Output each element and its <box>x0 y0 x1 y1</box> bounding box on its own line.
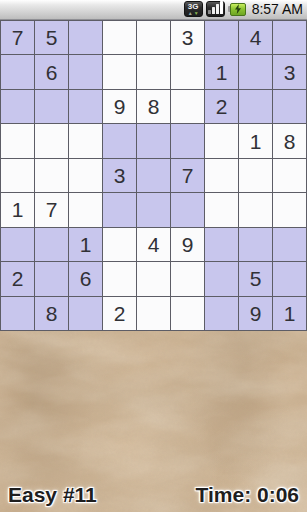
cell-r4c6[interactable] <box>171 124 204 157</box>
cell-r4c2[interactable] <box>35 124 68 157</box>
cell-r9c5[interactable] <box>137 297 170 330</box>
given-digit: 1 <box>284 303 296 324</box>
given-digit: 5 <box>250 268 262 289</box>
cell-r2c2[interactable]: 6 <box>35 55 68 88</box>
cell-r6c1[interactable]: 1 <box>1 193 34 226</box>
cell-r8c8[interactable]: 5 <box>239 262 272 295</box>
sudoku-grid: 75346139821837171492658291 <box>0 20 307 331</box>
cell-r6c3[interactable] <box>69 193 102 226</box>
cell-r2c5[interactable] <box>137 55 170 88</box>
timer-label: Time: 0:06 <box>196 483 300 507</box>
cell-r1c5[interactable] <box>137 21 170 54</box>
cell-r7c4[interactable] <box>103 228 136 261</box>
given-digit: 2 <box>216 96 228 117</box>
cell-r2c9[interactable]: 3 <box>273 55 306 88</box>
cell-r6c7[interactable] <box>205 193 238 226</box>
cell-r8c2[interactable] <box>35 262 68 295</box>
cell-r5c9[interactable] <box>273 159 306 192</box>
cell-r5c2[interactable] <box>35 159 68 192</box>
cell-r6c8[interactable] <box>239 193 272 226</box>
cell-r2c4[interactable] <box>103 55 136 88</box>
cell-r1c4[interactable] <box>103 21 136 54</box>
cell-r9c4[interactable]: 2 <box>103 297 136 330</box>
status-bar: 3G ▲▼ 8:57 AM <box>0 0 307 20</box>
cell-r7c8[interactable] <box>239 228 272 261</box>
cell-r2c7[interactable]: 1 <box>205 55 238 88</box>
cell-r9c9[interactable]: 1 <box>273 297 306 330</box>
cell-r2c8[interactable] <box>239 55 272 88</box>
cell-r5c8[interactable] <box>239 159 272 192</box>
cell-r1c1[interactable]: 7 <box>1 21 34 54</box>
given-digit: 3 <box>114 165 126 186</box>
cell-r7c1[interactable] <box>1 228 34 261</box>
given-digit: 1 <box>80 234 92 255</box>
cell-r7c9[interactable] <box>273 228 306 261</box>
lightning-bolt-icon <box>234 4 242 14</box>
given-digit: 9 <box>250 303 262 324</box>
given-digit: 1 <box>216 62 228 83</box>
sand-background: Easy #11 Time: 0:06 <box>0 331 307 512</box>
difficulty-label: Easy #11 <box>8 483 97 507</box>
given-digit: 4 <box>148 234 160 255</box>
given-digit: 6 <box>46 62 58 83</box>
cell-r6c5[interactable] <box>137 193 170 226</box>
cell-r7c5[interactable]: 4 <box>137 228 170 261</box>
cell-r9c3[interactable] <box>69 297 102 330</box>
cell-r6c2[interactable]: 7 <box>35 193 68 226</box>
cell-r8c7[interactable] <box>205 262 238 295</box>
cell-r8c9[interactable] <box>273 262 306 295</box>
given-digit: 2 <box>12 268 24 289</box>
cell-r4c3[interactable] <box>69 124 102 157</box>
cell-r3c9[interactable] <box>273 90 306 123</box>
cell-r1c8[interactable]: 4 <box>239 21 272 54</box>
cell-r5c3[interactable] <box>69 159 102 192</box>
screen: 3G ▲▼ 8:57 AM 75346139821837171492658291 <box>0 0 307 512</box>
cell-r3c8[interactable] <box>239 90 272 123</box>
cell-r8c5[interactable] <box>137 262 170 295</box>
cell-r8c1[interactable]: 2 <box>1 262 34 295</box>
given-digit: 3 <box>182 27 194 48</box>
cell-r8c4[interactable] <box>103 262 136 295</box>
cell-r3c2[interactable] <box>35 90 68 123</box>
cell-r8c6[interactable] <box>171 262 204 295</box>
cell-r2c3[interactable] <box>69 55 102 88</box>
cell-r8c3[interactable]: 6 <box>69 262 102 295</box>
given-digit: 1 <box>12 199 24 220</box>
given-digit: 2 <box>114 303 126 324</box>
cell-r1c7[interactable] <box>205 21 238 54</box>
cell-r5c7[interactable] <box>205 159 238 192</box>
given-digit: 7 <box>12 27 24 48</box>
cell-r3c5[interactable]: 8 <box>137 90 170 123</box>
cell-r1c6[interactable]: 3 <box>171 21 204 54</box>
cell-r3c3[interactable] <box>69 90 102 123</box>
cell-r1c9[interactable] <box>273 21 306 54</box>
given-digit: 1 <box>250 131 262 152</box>
cell-r2c1[interactable] <box>1 55 34 88</box>
cell-r5c1[interactable] <box>1 159 34 192</box>
cell-r6c9[interactable] <box>273 193 306 226</box>
cell-r4c9[interactable]: 8 <box>273 124 306 157</box>
cell-r9c8[interactable]: 9 <box>239 297 272 330</box>
cell-r6c4[interactable] <box>103 193 136 226</box>
cell-r3c1[interactable] <box>1 90 34 123</box>
cell-r6c6[interactable] <box>171 193 204 226</box>
cell-r9c1[interactable] <box>1 297 34 330</box>
cell-r1c2[interactable]: 5 <box>35 21 68 54</box>
cell-r3c6[interactable] <box>171 90 204 123</box>
cell-r4c7[interactable] <box>205 124 238 157</box>
cell-r7c6[interactable]: 9 <box>171 228 204 261</box>
cell-r9c2[interactable]: 8 <box>35 297 68 330</box>
3g-network-icon: 3G ▲▼ <box>184 1 203 17</box>
given-digit: 8 <box>46 303 58 324</box>
cell-r9c7[interactable] <box>205 297 238 330</box>
cell-r9c6[interactable] <box>171 297 204 330</box>
cell-r4c1[interactable] <box>1 124 34 157</box>
given-digit: 3 <box>284 62 296 83</box>
given-digit: 5 <box>46 27 58 48</box>
cell-r1c3[interactable] <box>69 21 102 54</box>
clock-text: 8:57 AM <box>252 0 303 19</box>
given-digit: 9 <box>182 234 194 255</box>
cell-r4c8[interactable]: 1 <box>239 124 272 157</box>
given-digit: 7 <box>46 199 58 220</box>
cell-r3c4[interactable]: 9 <box>103 90 136 123</box>
cell-r3c7[interactable]: 2 <box>205 90 238 123</box>
footer-bar: Easy #11 Time: 0:06 <box>0 483 307 507</box>
given-digit: 7 <box>182 165 194 186</box>
cell-r4c4[interactable] <box>103 124 136 157</box>
signal-strength-icon <box>206 1 225 17</box>
given-digit: 9 <box>114 96 126 117</box>
cell-r5c4[interactable]: 3 <box>103 159 136 192</box>
given-digit: 8 <box>284 131 296 152</box>
given-digit: 8 <box>148 96 160 117</box>
given-digit: 4 <box>250 27 262 48</box>
cell-r2c6[interactable] <box>171 55 204 88</box>
given-digit: 6 <box>80 268 92 289</box>
cell-r5c6[interactable]: 7 <box>171 159 204 192</box>
cell-r4c5[interactable] <box>137 124 170 157</box>
cell-r7c7[interactable] <box>205 228 238 261</box>
cell-r5c5[interactable] <box>137 159 170 192</box>
battery-charging-icon <box>228 3 246 16</box>
cell-r7c2[interactable] <box>35 228 68 261</box>
data-arrows-icon: ▲▼ <box>188 11 199 16</box>
cell-r7c3[interactable]: 1 <box>69 228 102 261</box>
